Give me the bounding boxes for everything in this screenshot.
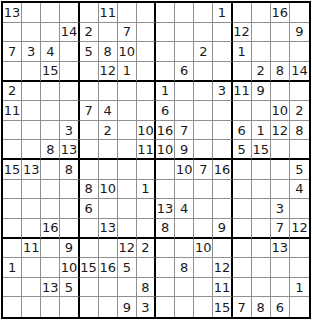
cell-r4c3[interactable]: 15 [41, 62, 60, 82]
cell-r5c14[interactable]: 9 [252, 82, 271, 102]
cell-r14c3[interactable] [41, 258, 60, 278]
cell-r4c13[interactable] [233, 62, 252, 82]
cell-r12c9[interactable]: 8 [156, 219, 175, 239]
cell-r8c14[interactable]: 15 [252, 140, 271, 160]
cell-r6c7[interactable] [118, 101, 137, 121]
cell-r15c2[interactable] [22, 278, 41, 298]
cell-r3c13[interactable]: 1 [233, 42, 252, 62]
cell-r4c4[interactable] [60, 62, 79, 82]
cell-r1c1[interactable]: 13 [3, 3, 22, 23]
cell-r11c2[interactable] [22, 199, 41, 219]
cell-r3c10[interactable] [175, 42, 194, 62]
cell-r12c5[interactable] [80, 219, 99, 239]
cell-r3c2[interactable]: 3 [22, 42, 41, 62]
cell-r1c4[interactable] [60, 3, 79, 23]
cell-r10c6[interactable]: 10 [99, 180, 118, 200]
cell-r1c9[interactable] [156, 3, 175, 23]
cell-r10c5[interactable]: 8 [80, 180, 99, 200]
cell-r13c15[interactable]: 13 [271, 239, 290, 259]
cell-r3c8[interactable] [137, 42, 156, 62]
cell-r8c12[interactable] [213, 140, 232, 160]
cell-r6c13[interactable] [233, 101, 252, 121]
cell-r10c8[interactable]: 1 [137, 180, 156, 200]
cell-r9c6[interactable] [99, 160, 118, 180]
cell-r16c1[interactable] [3, 297, 22, 317]
cell-r1c6[interactable]: 11 [99, 3, 118, 23]
cell-r4c10[interactable]: 6 [175, 62, 194, 82]
cell-r2c11[interactable] [194, 23, 213, 43]
cell-r5c13[interactable]: 11 [233, 82, 252, 102]
cell-r9c16[interactable]: 5 [290, 160, 309, 180]
cell-r8c3[interactable]: 8 [41, 140, 60, 160]
cell-r14c9[interactable] [156, 258, 175, 278]
cell-r5c16[interactable] [290, 82, 309, 102]
cell-r11c10[interactable]: 4 [175, 199, 194, 219]
cell-r3c3[interactable]: 4 [41, 42, 60, 62]
cell-r14c2[interactable] [22, 258, 41, 278]
cell-r5c12[interactable]: 3 [213, 82, 232, 102]
cell-r6c5[interactable]: 7 [80, 101, 99, 121]
cell-r16c15[interactable]: 6 [271, 297, 290, 317]
cell-r7c12[interactable] [213, 121, 232, 141]
cell-r13c16[interactable] [290, 239, 309, 259]
cell-r12c14[interactable] [252, 219, 271, 239]
cell-r14c12[interactable]: 12 [213, 258, 232, 278]
cell-r6c3[interactable] [41, 101, 60, 121]
cell-r9c8[interactable] [137, 160, 156, 180]
cell-r14c6[interactable]: 16 [99, 258, 118, 278]
cell-r6c15[interactable]: 10 [271, 101, 290, 121]
cell-r5c1[interactable]: 2 [3, 82, 22, 102]
cell-r5c15[interactable] [271, 82, 290, 102]
cell-r3c16[interactable] [290, 42, 309, 62]
cell-r9c13[interactable] [233, 160, 252, 180]
cell-r5c4[interactable] [60, 82, 79, 102]
cell-r15c7[interactable] [118, 278, 137, 298]
cell-r3c6[interactable]: 8 [99, 42, 118, 62]
cell-r8c10[interactable]: 9 [175, 140, 194, 160]
cell-r2c6[interactable] [99, 23, 118, 43]
cell-r2c3[interactable] [41, 23, 60, 43]
cell-r3c12[interactable] [213, 42, 232, 62]
cell-r16c13[interactable]: 7 [233, 297, 252, 317]
cell-r16c7[interactable]: 9 [118, 297, 137, 317]
cell-r14c13[interactable] [233, 258, 252, 278]
cell-r8c16[interactable] [290, 140, 309, 160]
cell-r2c16[interactable]: 9 [290, 23, 309, 43]
cell-r11c16[interactable] [290, 199, 309, 219]
cell-r7c11[interactable] [194, 121, 213, 141]
cell-r5c7[interactable] [118, 82, 137, 102]
cell-r6c8[interactable] [137, 101, 156, 121]
cell-r9c3[interactable] [41, 160, 60, 180]
cell-r11c12[interactable] [213, 199, 232, 219]
cell-r2c7[interactable]: 7 [118, 23, 137, 43]
cell-r5c2[interactable] [22, 82, 41, 102]
cell-r5c6[interactable] [99, 82, 118, 102]
cell-r12c11[interactable] [194, 219, 213, 239]
cell-r16c14[interactable]: 8 [252, 297, 271, 317]
cell-r9c4[interactable]: 8 [60, 160, 79, 180]
cell-r15c10[interactable] [175, 278, 194, 298]
cell-r4c11[interactable] [194, 62, 213, 82]
cell-r15c1[interactable] [3, 278, 22, 298]
cell-r14c1[interactable]: 1 [3, 258, 22, 278]
cell-r11c7[interactable] [118, 199, 137, 219]
cell-r10c4[interactable] [60, 180, 79, 200]
cell-r7c15[interactable]: 12 [271, 121, 290, 141]
cell-r12c3[interactable]: 16 [41, 219, 60, 239]
cell-r2c13[interactable]: 12 [233, 23, 252, 43]
cell-r11c15[interactable]: 3 [271, 199, 290, 219]
cell-r4c14[interactable]: 2 [252, 62, 271, 82]
cell-r16c3[interactable] [41, 297, 60, 317]
cell-r16c5[interactable] [80, 297, 99, 317]
cell-r4c2[interactable] [22, 62, 41, 82]
cell-r3c14[interactable] [252, 42, 271, 62]
cell-r15c3[interactable]: 13 [41, 278, 60, 298]
cell-r3c1[interactable]: 7 [3, 42, 22, 62]
cell-r12c7[interactable] [118, 219, 137, 239]
cell-r12c16[interactable]: 12 [290, 219, 309, 239]
cell-r11c4[interactable] [60, 199, 79, 219]
cell-r10c14[interactable] [252, 180, 271, 200]
cell-r16c4[interactable] [60, 297, 79, 317]
cell-r9c11[interactable]: 7 [194, 160, 213, 180]
cell-r5c8[interactable] [137, 82, 156, 102]
cell-r1c5[interactable] [80, 3, 99, 23]
cell-r5c5[interactable] [80, 82, 99, 102]
cell-r14c5[interactable]: 15 [80, 258, 99, 278]
cell-r8c9[interactable]: 10 [156, 140, 175, 160]
cell-r5c3[interactable] [41, 82, 60, 102]
cell-r7c4[interactable]: 3 [60, 121, 79, 141]
cell-r11c1[interactable] [3, 199, 22, 219]
cell-r1c13[interactable] [233, 3, 252, 23]
cell-r11c9[interactable]: 13 [156, 199, 175, 219]
cell-r12c10[interactable] [175, 219, 194, 239]
cell-r8c1[interactable] [3, 140, 22, 160]
cell-r3c9[interactable] [156, 42, 175, 62]
cell-r11c8[interactable] [137, 199, 156, 219]
cell-r10c15[interactable] [271, 180, 290, 200]
cell-r7c8[interactable]: 10 [137, 121, 156, 141]
cell-r2c10[interactable] [175, 23, 194, 43]
cell-r3c4[interactable] [60, 42, 79, 62]
cell-r8c2[interactable] [22, 140, 41, 160]
cell-r4c12[interactable] [213, 62, 232, 82]
cell-r16c9[interactable] [156, 297, 175, 317]
cell-r13c13[interactable] [233, 239, 252, 259]
cell-r10c1[interactable] [3, 180, 22, 200]
cell-r16c12[interactable]: 15 [213, 297, 232, 317]
cell-r13c9[interactable] [156, 239, 175, 259]
cell-r13c14[interactable] [252, 239, 271, 259]
cell-r11c14[interactable] [252, 199, 271, 219]
cell-r16c8[interactable]: 3 [137, 297, 156, 317]
cell-r10c9[interactable] [156, 180, 175, 200]
cell-r15c16[interactable]: 1 [290, 278, 309, 298]
cell-r16c10[interactable] [175, 297, 194, 317]
cell-r13c8[interactable]: 2 [137, 239, 156, 259]
cell-r6c10[interactable] [175, 101, 194, 121]
cell-r13c6[interactable] [99, 239, 118, 259]
cell-r16c6[interactable] [99, 297, 118, 317]
cell-r6c6[interactable]: 4 [99, 101, 118, 121]
cell-r15c12[interactable]: 11 [213, 278, 232, 298]
cell-r6c12[interactable] [213, 101, 232, 121]
cell-r10c13[interactable] [233, 180, 252, 200]
cell-r4c7[interactable]: 1 [118, 62, 137, 82]
cell-r9c1[interactable]: 15 [3, 160, 22, 180]
cell-r8c8[interactable]: 11 [137, 140, 156, 160]
cell-r15c5[interactable] [80, 278, 99, 298]
cell-r14c14[interactable] [252, 258, 271, 278]
cell-r1c16[interactable] [290, 3, 309, 23]
cell-r8c15[interactable] [271, 140, 290, 160]
cell-r12c15[interactable]: 7 [271, 219, 290, 239]
cell-r16c11[interactable] [194, 297, 213, 317]
cell-r6c9[interactable]: 6 [156, 101, 175, 121]
cell-r12c1[interactable] [3, 219, 22, 239]
cell-r15c11[interactable] [194, 278, 213, 298]
cell-r7c2[interactable] [22, 121, 41, 141]
cell-r1c2[interactable] [22, 3, 41, 23]
cell-r13c7[interactable]: 12 [118, 239, 137, 259]
cell-r15c4[interactable]: 5 [60, 278, 79, 298]
cell-r13c1[interactable] [3, 239, 22, 259]
cell-r4c1[interactable] [3, 62, 22, 82]
cell-r13c4[interactable]: 9 [60, 239, 79, 259]
cell-r2c1[interactable] [3, 23, 22, 43]
cell-r7c1[interactable] [3, 121, 22, 141]
cell-r7c7[interactable] [118, 121, 137, 141]
cell-r2c14[interactable] [252, 23, 271, 43]
cell-r7c3[interactable] [41, 121, 60, 141]
cell-r6c1[interactable]: 11 [3, 101, 22, 121]
sudoku-board: 1311116142712973458102115121628142131191… [1, 1, 311, 319]
cell-r11c5[interactable]: 6 [80, 199, 99, 219]
cell-r10c2[interactable] [22, 180, 41, 200]
cell-r14c10[interactable]: 8 [175, 258, 194, 278]
cell-r15c9[interactable] [156, 278, 175, 298]
cell-r7c5[interactable] [80, 121, 99, 141]
cell-r2c4[interactable]: 14 [60, 23, 79, 43]
cell-r13c12[interactable] [213, 239, 232, 259]
cell-r5c9[interactable]: 1 [156, 82, 175, 102]
cell-r13c3[interactable] [41, 239, 60, 259]
cell-r2c2[interactable] [22, 23, 41, 43]
cell-r9c7[interactable] [118, 160, 137, 180]
cell-r14c11[interactable] [194, 258, 213, 278]
cell-r14c7[interactable]: 5 [118, 258, 137, 278]
cell-r16c2[interactable] [22, 297, 41, 317]
cell-r12c13[interactable] [233, 219, 252, 239]
cell-r11c6[interactable] [99, 199, 118, 219]
cell-r14c8[interactable] [137, 258, 156, 278]
cell-r9c14[interactable] [252, 160, 271, 180]
cell-r10c11[interactable] [194, 180, 213, 200]
cell-r4c5[interactable] [80, 62, 99, 82]
cell-r7c6[interactable]: 2 [99, 121, 118, 141]
cell-r13c10[interactable] [175, 239, 194, 259]
cell-r6c4[interactable] [60, 101, 79, 121]
cell-r10c10[interactable] [175, 180, 194, 200]
cell-r3c5[interactable]: 5 [80, 42, 99, 62]
cell-r6c11[interactable] [194, 101, 213, 121]
cell-r8c11[interactable] [194, 140, 213, 160]
cell-r15c6[interactable] [99, 278, 118, 298]
cell-r11c3[interactable] [41, 199, 60, 219]
cell-r7c13[interactable]: 6 [233, 121, 252, 141]
cell-r5c10[interactable] [175, 82, 194, 102]
cell-r6c2[interactable] [22, 101, 41, 121]
cell-r8c4[interactable]: 13 [60, 140, 79, 160]
cell-r5c11[interactable] [194, 82, 213, 102]
cell-r2c5[interactable]: 2 [80, 23, 99, 43]
cell-r6c14[interactable] [252, 101, 271, 121]
cell-r14c16[interactable] [290, 258, 309, 278]
cell-r15c15[interactable] [271, 278, 290, 298]
cell-r13c5[interactable] [80, 239, 99, 259]
cell-r4c8[interactable] [137, 62, 156, 82]
cell-r1c11[interactable] [194, 3, 213, 23]
cell-r14c15[interactable] [271, 258, 290, 278]
cell-r2c12[interactable] [213, 23, 232, 43]
cell-r13c2[interactable]: 11 [22, 239, 41, 259]
cell-r8c5[interactable] [80, 140, 99, 160]
cell-r7c9[interactable]: 16 [156, 121, 175, 141]
cell-r1c10[interactable] [175, 3, 194, 23]
cell-r2c15[interactable] [271, 23, 290, 43]
cell-r3c11[interactable]: 2 [194, 42, 213, 62]
cell-r8c7[interactable] [118, 140, 137, 160]
cell-r1c12[interactable]: 1 [213, 3, 232, 23]
cell-r4c16[interactable]: 14 [290, 62, 309, 82]
cell-r9c15[interactable] [271, 160, 290, 180]
cell-r10c12[interactable] [213, 180, 232, 200]
cell-r12c2[interactable] [22, 219, 41, 239]
cell-r1c14[interactable] [252, 3, 271, 23]
cell-r1c3[interactable] [41, 3, 60, 23]
cell-r15c13[interactable] [233, 278, 252, 298]
cell-r11c13[interactable] [233, 199, 252, 219]
cell-r9c9[interactable] [156, 160, 175, 180]
cell-r6c16[interactable]: 2 [290, 101, 309, 121]
cell-r1c7[interactable] [118, 3, 137, 23]
cell-r1c8[interactable] [137, 3, 156, 23]
cell-r8c6[interactable] [99, 140, 118, 160]
cell-r4c9[interactable] [156, 62, 175, 82]
cell-r9c10[interactable]: 10 [175, 160, 194, 180]
cell-r8c13[interactable]: 5 [233, 140, 252, 160]
cell-r4c15[interactable]: 8 [271, 62, 290, 82]
cell-r12c12[interactable]: 9 [213, 219, 232, 239]
cell-r10c16[interactable]: 4 [290, 180, 309, 200]
cell-r4c6[interactable]: 12 [99, 62, 118, 82]
cell-r11c11[interactable] [194, 199, 213, 219]
cell-r15c8[interactable]: 8 [137, 278, 156, 298]
cell-r14c4[interactable]: 10 [60, 258, 79, 278]
cell-r16c16[interactable] [290, 297, 309, 317]
cell-r3c7[interactable]: 10 [118, 42, 137, 62]
cell-r9c5[interactable] [80, 160, 99, 180]
cell-r1c15[interactable]: 16 [271, 3, 290, 23]
cell-r12c6[interactable]: 13 [99, 219, 118, 239]
cell-r13c11[interactable]: 10 [194, 239, 213, 259]
cell-r7c16[interactable]: 8 [290, 121, 309, 141]
cell-r7c10[interactable]: 7 [175, 121, 194, 141]
cell-r7c14[interactable]: 1 [252, 121, 271, 141]
cell-r9c2[interactable]: 13 [22, 160, 41, 180]
cell-r12c8[interactable] [137, 219, 156, 239]
cell-r15c14[interactable] [252, 278, 271, 298]
cell-r2c9[interactable] [156, 23, 175, 43]
cell-r10c7[interactable] [118, 180, 137, 200]
cell-r3c15[interactable] [271, 42, 290, 62]
cell-r2c8[interactable] [137, 23, 156, 43]
cell-r9c12[interactable]: 16 [213, 160, 232, 180]
cell-r12c4[interactable] [60, 219, 79, 239]
cell-r10c3[interactable] [41, 180, 60, 200]
